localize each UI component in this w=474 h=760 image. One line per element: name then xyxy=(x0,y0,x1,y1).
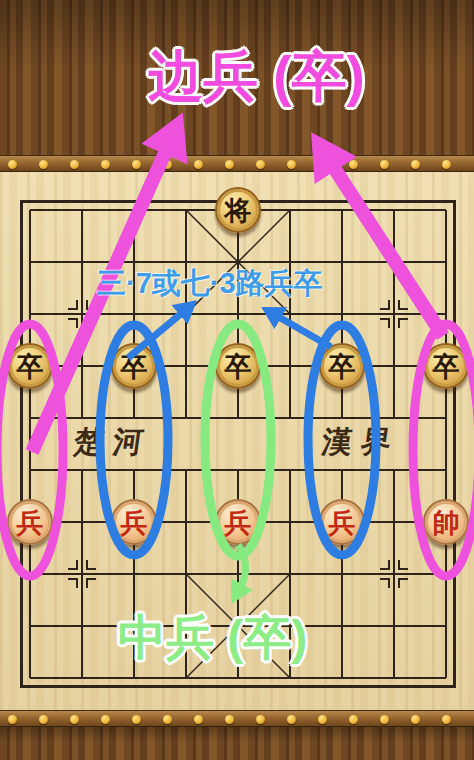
rivet-stud xyxy=(318,715,327,724)
board-point-2-9 xyxy=(56,600,108,652)
rivet-stud xyxy=(442,160,451,169)
board-point-6-1 xyxy=(264,184,316,236)
board-point-8-4 xyxy=(368,340,420,392)
board-point-4-2 xyxy=(160,236,212,288)
black-pawn-piece[interactable]: 卒 xyxy=(423,343,469,389)
rivet-stud xyxy=(349,715,358,724)
rivet-stud xyxy=(39,160,48,169)
board-point-5-7: 兵 xyxy=(212,496,264,548)
board-point-4-10 xyxy=(160,652,212,704)
board-point-6-10 xyxy=(264,652,316,704)
board-point-4-4 xyxy=(160,340,212,392)
board-point-3-6 xyxy=(108,444,160,496)
board-point-6-4 xyxy=(264,340,316,392)
board-point-2-3 xyxy=(56,288,108,340)
board-point-2-8 xyxy=(56,548,108,600)
board-edge-top xyxy=(0,155,474,172)
board-point-7-8 xyxy=(316,548,368,600)
board-point-6-9 xyxy=(264,600,316,652)
board-point-1-9 xyxy=(4,600,56,652)
wood-bottom-panel xyxy=(0,727,474,760)
board-point-7-1 xyxy=(316,184,368,236)
board-point-4-1 xyxy=(160,184,212,236)
board-point-5-3 xyxy=(212,288,264,340)
piece-character: 兵 xyxy=(121,509,148,536)
board-point-9-2 xyxy=(420,236,472,288)
board-point-5-9 xyxy=(212,600,264,652)
rivet-stud xyxy=(225,715,234,724)
piece-character: 兵 xyxy=(225,509,252,536)
app-screen: 楚河 漢界 将卒卒卒卒卒兵兵兵兵帥 边兵 (卒) 三·7或七·3路兵卒 中兵 (… xyxy=(0,0,474,760)
board-point-1-7: 兵 xyxy=(4,496,56,548)
rivet-stud xyxy=(132,715,141,724)
board-point-9-1 xyxy=(420,184,472,236)
board-point-3-3 xyxy=(108,288,160,340)
black-pawn-piece[interactable]: 卒 xyxy=(319,343,365,389)
board-point-2-10 xyxy=(56,652,108,704)
black-pawn-piece[interactable]: 卒 xyxy=(111,343,157,389)
board-point-2-6 xyxy=(56,444,108,496)
piece-character: 兵 xyxy=(17,509,44,536)
board-point-2-7 xyxy=(56,496,108,548)
black-general-piece[interactable]: 将 xyxy=(215,187,261,233)
black-pawn-piece[interactable]: 卒 xyxy=(7,343,53,389)
piece-character: 卒 xyxy=(121,353,148,380)
rivet-stud xyxy=(380,160,389,169)
rivet-stud xyxy=(380,715,389,724)
board-point-6-7 xyxy=(264,496,316,548)
board-point-1-6 xyxy=(4,444,56,496)
board-point-7-6 xyxy=(316,444,368,496)
board-point-8-3 xyxy=(368,288,420,340)
board-point-6-2 xyxy=(264,236,316,288)
board-point-7-10 xyxy=(316,652,368,704)
board-point-7-4: 卒 xyxy=(316,340,368,392)
rivet-stud xyxy=(70,715,79,724)
board-point-6-3 xyxy=(264,288,316,340)
board-point-9-3 xyxy=(420,288,472,340)
board-point-1-3 xyxy=(4,288,56,340)
board-point-7-3 xyxy=(316,288,368,340)
board-point-4-5 xyxy=(160,392,212,444)
black-pawn-piece[interactable]: 卒 xyxy=(215,343,261,389)
board-point-4-6 xyxy=(160,444,212,496)
rivet-stud xyxy=(318,160,327,169)
xiangqi-board: 楚河 漢界 将卒卒卒卒卒兵兵兵兵帥 xyxy=(0,172,474,710)
board-edge-bottom xyxy=(0,710,474,727)
board-point-9-6 xyxy=(420,444,472,496)
piece-character: 帥 xyxy=(433,509,460,536)
board-point-6-5 xyxy=(264,392,316,444)
board-point-9-8 xyxy=(420,548,472,600)
rivet-stud xyxy=(101,715,110,724)
rivet-stud xyxy=(132,160,141,169)
board-point-9-7: 帥 xyxy=(420,496,472,548)
piece-character: 卒 xyxy=(225,353,252,380)
piece-character: 卒 xyxy=(329,353,356,380)
red-pawn-piece[interactable]: 兵 xyxy=(111,499,157,545)
board-grid: 将卒卒卒卒卒兵兵兵兵帥 xyxy=(4,184,472,704)
board-point-1-8 xyxy=(4,548,56,600)
rivet-stud xyxy=(442,715,451,724)
rivet-stud xyxy=(163,715,172,724)
board-point-1-5 xyxy=(4,392,56,444)
red-pawn-piece[interactable]: 帥 xyxy=(423,499,469,545)
wood-top-panel xyxy=(0,0,474,156)
board-point-2-2 xyxy=(56,236,108,288)
rivet-stud xyxy=(194,715,203,724)
board-point-3-4: 卒 xyxy=(108,340,160,392)
board-point-8-2 xyxy=(368,236,420,288)
board-point-1-4: 卒 xyxy=(4,340,56,392)
board-point-1-1 xyxy=(4,184,56,236)
board-point-7-2 xyxy=(316,236,368,288)
rivet-stud xyxy=(8,715,17,724)
board-point-8-9 xyxy=(368,600,420,652)
rivet-stud xyxy=(39,715,48,724)
rivet-stud xyxy=(163,160,172,169)
rivet-stud xyxy=(287,160,296,169)
board-point-4-3 xyxy=(160,288,212,340)
board-point-9-10 xyxy=(420,652,472,704)
board-point-1-2 xyxy=(4,236,56,288)
board-point-5-2 xyxy=(212,236,264,288)
piece-character: 卒 xyxy=(17,353,44,380)
board-point-8-10 xyxy=(368,652,420,704)
board-point-5-8 xyxy=(212,548,264,600)
rivet-stud xyxy=(8,160,17,169)
board-point-2-1 xyxy=(56,184,108,236)
board-point-8-6 xyxy=(368,444,420,496)
board-point-4-8 xyxy=(160,548,212,600)
rivet-stud xyxy=(225,160,234,169)
board-point-9-4: 卒 xyxy=(420,340,472,392)
board-point-8-5 xyxy=(368,392,420,444)
rivet-stud xyxy=(411,160,420,169)
board-point-7-7: 兵 xyxy=(316,496,368,548)
rivet-stud xyxy=(256,160,265,169)
board-point-5-10 xyxy=(212,652,264,704)
board-point-3-8 xyxy=(108,548,160,600)
board-point-9-9 xyxy=(420,600,472,652)
rivet-stud xyxy=(411,715,420,724)
board-point-8-1 xyxy=(368,184,420,236)
board-point-4-7 xyxy=(160,496,212,548)
board-point-6-6 xyxy=(264,444,316,496)
piece-character: 将 xyxy=(225,197,252,224)
board-point-3-9 xyxy=(108,600,160,652)
board-point-5-1: 将 xyxy=(212,184,264,236)
board-point-2-4 xyxy=(56,340,108,392)
piece-character: 兵 xyxy=(329,509,356,536)
board-point-6-8 xyxy=(264,548,316,600)
board-point-9-5 xyxy=(420,392,472,444)
board-point-3-5 xyxy=(108,392,160,444)
board-point-1-10 xyxy=(4,652,56,704)
rivet-stud xyxy=(194,160,203,169)
board-point-3-1 xyxy=(108,184,160,236)
red-pawn-piece[interactable]: 兵 xyxy=(319,499,365,545)
board-point-7-9 xyxy=(316,600,368,652)
red-pawn-piece[interactable]: 兵 xyxy=(215,499,261,545)
piece-character: 卒 xyxy=(433,353,460,380)
rivet-stud xyxy=(101,160,110,169)
board-point-8-8 xyxy=(368,548,420,600)
board-point-8-7 xyxy=(368,496,420,548)
board-point-7-5 xyxy=(316,392,368,444)
red-pawn-piece[interactable]: 兵 xyxy=(7,499,53,545)
board-point-2-5 xyxy=(56,392,108,444)
rivet-stud xyxy=(70,160,79,169)
rivet-stud xyxy=(256,715,265,724)
board-point-5-4: 卒 xyxy=(212,340,264,392)
board-point-5-5 xyxy=(212,392,264,444)
board-point-5-6 xyxy=(212,444,264,496)
board-point-3-2 xyxy=(108,236,160,288)
board-point-3-10 xyxy=(108,652,160,704)
board-point-4-9 xyxy=(160,600,212,652)
rivet-stud xyxy=(349,160,358,169)
board-point-3-7: 兵 xyxy=(108,496,160,548)
rivet-stud xyxy=(287,715,296,724)
